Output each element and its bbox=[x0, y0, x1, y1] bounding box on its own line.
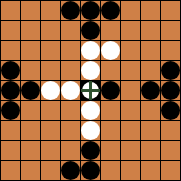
board-cell-h6[interactable] bbox=[141, 101, 160, 120]
board-cell-f9[interactable] bbox=[101, 161, 120, 180]
board-cell-c9[interactable] bbox=[41, 161, 60, 180]
board-cell-i3[interactable] bbox=[161, 41, 180, 60]
tablut-board bbox=[0, 0, 181, 181]
board-cell-i9[interactable] bbox=[161, 161, 180, 180]
board-cell-d4[interactable] bbox=[61, 61, 80, 80]
board-cell-e6[interactable] bbox=[81, 101, 100, 120]
board-cell-b1[interactable] bbox=[21, 1, 40, 20]
board-cell-f5[interactable] bbox=[101, 81, 120, 100]
board-cell-b9[interactable] bbox=[21, 161, 40, 180]
white-defender-piece[interactable] bbox=[61, 81, 80, 100]
board-cell-g2[interactable] bbox=[121, 21, 140, 40]
board-cell-d5[interactable] bbox=[61, 81, 80, 100]
black-attacker-piece[interactable] bbox=[81, 21, 100, 40]
board-cell-b2[interactable] bbox=[21, 21, 40, 40]
board-cell-a6[interactable] bbox=[1, 101, 20, 120]
board-cell-d9[interactable] bbox=[61, 161, 80, 180]
board-cell-e9[interactable] bbox=[81, 161, 100, 180]
white-defender-piece[interactable] bbox=[81, 41, 100, 60]
board-cell-a9[interactable] bbox=[1, 161, 20, 180]
board-cell-d7[interactable] bbox=[61, 121, 80, 140]
black-attacker-piece[interactable] bbox=[161, 81, 180, 100]
black-attacker-piece[interactable] bbox=[161, 61, 180, 80]
black-attacker-piece[interactable] bbox=[1, 61, 20, 80]
board-cell-d1[interactable] bbox=[61, 1, 80, 20]
board-cell-h3[interactable] bbox=[141, 41, 160, 60]
board-cell-i2[interactable] bbox=[161, 21, 180, 40]
board-cell-h8[interactable] bbox=[141, 141, 160, 160]
board-cell-d2[interactable] bbox=[61, 21, 80, 40]
board-cell-i7[interactable] bbox=[161, 121, 180, 140]
board-cell-g5[interactable] bbox=[121, 81, 140, 100]
board-cell-f8[interactable] bbox=[101, 141, 120, 160]
board-cell-b5[interactable] bbox=[21, 81, 40, 100]
black-attacker-piece[interactable] bbox=[101, 81, 120, 100]
board-cell-d6[interactable] bbox=[61, 101, 80, 120]
black-attacker-piece[interactable] bbox=[81, 141, 100, 160]
board-cell-f6[interactable] bbox=[101, 101, 120, 120]
black-attacker-piece[interactable] bbox=[141, 81, 160, 100]
board-cell-i6[interactable] bbox=[161, 101, 180, 120]
board-cell-h1[interactable] bbox=[141, 1, 160, 20]
board-cell-b7[interactable] bbox=[21, 121, 40, 140]
king-cross-vertical bbox=[89, 81, 92, 100]
board-cell-g9[interactable] bbox=[121, 161, 140, 180]
board-cell-h7[interactable] bbox=[141, 121, 160, 140]
black-attacker-piece[interactable] bbox=[81, 1, 100, 20]
board-cell-c2[interactable] bbox=[41, 21, 60, 40]
board-cell-g1[interactable] bbox=[121, 1, 140, 20]
board-cell-i1[interactable] bbox=[161, 1, 180, 20]
board-cell-e8[interactable] bbox=[81, 141, 100, 160]
board-cell-c8[interactable] bbox=[41, 141, 60, 160]
board-cell-a8[interactable] bbox=[1, 141, 20, 160]
board-cell-b8[interactable] bbox=[21, 141, 40, 160]
board-cell-d8[interactable] bbox=[61, 141, 80, 160]
black-attacker-piece[interactable] bbox=[101, 1, 120, 20]
board-cell-g3[interactable] bbox=[121, 41, 140, 60]
board-cell-a4[interactable] bbox=[1, 61, 20, 80]
board-cell-a7[interactable] bbox=[1, 121, 20, 140]
board-cell-a3[interactable] bbox=[1, 41, 20, 60]
board-cell-f2[interactable] bbox=[101, 21, 120, 40]
board-cell-g4[interactable] bbox=[121, 61, 140, 80]
white-defender-piece[interactable] bbox=[81, 61, 100, 80]
black-attacker-piece[interactable] bbox=[1, 101, 20, 120]
board-cell-c3[interactable] bbox=[41, 41, 60, 60]
white-defender-piece[interactable] bbox=[81, 101, 100, 120]
board-cell-a2[interactable] bbox=[1, 21, 20, 40]
black-attacker-piece[interactable] bbox=[81, 161, 100, 180]
board-cell-b4[interactable] bbox=[21, 61, 40, 80]
board-cell-i5[interactable] bbox=[161, 81, 180, 100]
board-cell-c7[interactable] bbox=[41, 121, 60, 140]
board-cell-a1[interactable] bbox=[1, 1, 20, 20]
black-attacker-piece[interactable] bbox=[1, 81, 20, 100]
board-cell-c4[interactable] bbox=[41, 61, 60, 80]
black-attacker-piece[interactable] bbox=[161, 101, 180, 120]
board-cell-h5[interactable] bbox=[141, 81, 160, 100]
board-cell-e7[interactable] bbox=[81, 121, 100, 140]
board-cell-b3[interactable] bbox=[21, 41, 40, 60]
board-cell-b6[interactable] bbox=[21, 101, 40, 120]
board-cell-f3[interactable] bbox=[101, 41, 120, 60]
white-defender-piece[interactable] bbox=[41, 81, 60, 100]
white-defender-piece[interactable] bbox=[81, 121, 100, 140]
board-cell-c5[interactable] bbox=[41, 81, 60, 100]
board-cell-h4[interactable] bbox=[141, 61, 160, 80]
board-cell-e2[interactable] bbox=[81, 21, 100, 40]
board-cell-e4[interactable] bbox=[81, 61, 100, 80]
board-cell-h2[interactable] bbox=[141, 21, 160, 40]
throne-cell-e5[interactable] bbox=[81, 81, 100, 100]
board-cell-h9[interactable] bbox=[141, 161, 160, 180]
board-cell-g8[interactable] bbox=[121, 141, 140, 160]
board-cell-f7[interactable] bbox=[101, 121, 120, 140]
board-cell-e1[interactable] bbox=[81, 1, 100, 20]
board-cell-f4[interactable] bbox=[101, 61, 120, 80]
board-cell-c6[interactable] bbox=[41, 101, 60, 120]
board-cell-c1[interactable] bbox=[41, 1, 60, 20]
board-cell-a5[interactable] bbox=[1, 81, 20, 100]
white-defender-piece[interactable] bbox=[101, 41, 120, 60]
black-attacker-piece[interactable] bbox=[61, 1, 80, 20]
board-cell-g6[interactable] bbox=[121, 101, 140, 120]
board-cell-i8[interactable] bbox=[161, 141, 180, 160]
board-cell-f1[interactable] bbox=[101, 1, 120, 20]
board-cell-g7[interactable] bbox=[121, 121, 140, 140]
board-cell-e3[interactable] bbox=[81, 41, 100, 60]
board-cell-i4[interactable] bbox=[161, 61, 180, 80]
black-attacker-piece[interactable] bbox=[61, 161, 80, 180]
board-cell-d3[interactable] bbox=[61, 41, 80, 60]
black-attacker-piece[interactable] bbox=[21, 81, 40, 100]
